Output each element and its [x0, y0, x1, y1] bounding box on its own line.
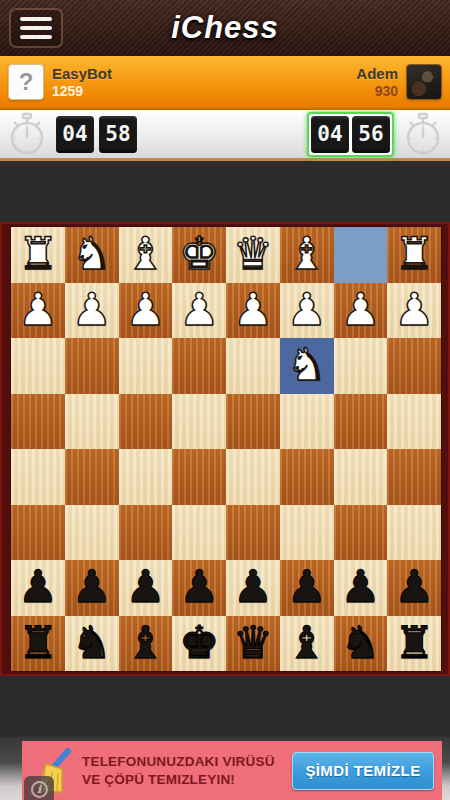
white-rook: ♜	[18, 231, 58, 276]
clock-left-white: 04 58	[6, 112, 137, 156]
ad-banner[interactable]: TELEFONUNUZDAKI VIRÜSÜ VE ÇÖPÜ TEMIZLEYI…	[22, 741, 442, 800]
square-c4[interactable]	[280, 394, 334, 450]
white-clock-minutes: 04	[56, 116, 94, 153]
square-d3[interactable]	[226, 338, 280, 394]
square-h3[interactable]	[11, 338, 65, 394]
square-d2[interactable]: ♟	[226, 283, 280, 339]
square-d5[interactable]	[226, 449, 280, 505]
white-king: ♚	[179, 231, 219, 276]
square-b6[interactable]	[334, 505, 388, 561]
black-pawn: ♟	[233, 564, 273, 609]
square-c3[interactable]: ♞	[280, 338, 334, 394]
square-b3[interactable]	[334, 338, 388, 394]
black-clock-active: 04 56	[307, 112, 394, 157]
square-c1[interactable]: ♝	[280, 227, 334, 283]
square-e3[interactable]	[172, 338, 226, 394]
square-h2[interactable]: ♟	[11, 283, 65, 339]
ad-text-line1: TELEFONUNUZDAKI VIRÜSÜ	[82, 753, 284, 771]
square-e6[interactable]	[172, 505, 226, 561]
black-pawn: ♟	[125, 564, 165, 609]
ad-info-icon[interactable]: i	[24, 776, 54, 800]
black-bishop: ♝	[125, 620, 165, 665]
square-c7[interactable]: ♟	[280, 560, 334, 616]
player-left-easybot[interactable]: ? EasyBot 1259	[8, 64, 112, 100]
ad-text-line2: VE ÇÖPÜ TEMIZLEYIN!	[82, 771, 284, 789]
white-pawn: ♟	[179, 287, 219, 332]
square-d6[interactable]	[226, 505, 280, 561]
black-rook: ♜	[18, 620, 58, 665]
square-a1[interactable]: ♜	[387, 227, 441, 283]
square-b8[interactable]: ♞	[334, 616, 388, 672]
white-clock-seconds: 58	[99, 116, 137, 153]
square-g4[interactable]	[65, 394, 119, 450]
square-a5[interactable]	[387, 449, 441, 505]
square-b7[interactable]: ♟	[334, 560, 388, 616]
player-avatar-photo	[406, 64, 442, 100]
square-h7[interactable]: ♟	[11, 560, 65, 616]
player-right-rating: 930	[375, 83, 398, 99]
square-b1[interactable]	[334, 227, 388, 283]
square-a2[interactable]: ♟	[387, 283, 441, 339]
square-g5[interactable]	[65, 449, 119, 505]
square-g1[interactable]: ♞	[65, 227, 119, 283]
white-pawn: ♟	[18, 287, 58, 332]
black-pawn: ♟	[340, 564, 380, 609]
square-h4[interactable]	[11, 394, 65, 450]
square-a4[interactable]	[387, 394, 441, 450]
white-rook: ♜	[394, 231, 434, 276]
white-pawn: ♟	[71, 287, 111, 332]
clock-right-black: 04 56	[307, 112, 444, 157]
square-g8[interactable]: ♞	[65, 616, 119, 672]
black-clock-minutes: 04	[311, 116, 349, 153]
square-e4[interactable]	[172, 394, 226, 450]
white-bishop: ♝	[286, 231, 326, 276]
player-left-name: EasyBot	[52, 65, 112, 82]
square-f4[interactable]	[119, 394, 173, 450]
square-h5[interactable]	[11, 449, 65, 505]
clock-bar: 04 58 04 56	[0, 110, 450, 161]
white-clock: 04 58	[56, 116, 137, 153]
square-f8[interactable]: ♝	[119, 616, 173, 672]
black-queen: ♛	[233, 620, 273, 665]
player-right-name: Adem	[356, 65, 398, 82]
square-d7[interactable]: ♟	[226, 560, 280, 616]
player-right-adem[interactable]: Adem 930	[356, 64, 442, 100]
square-d8[interactable]: ♛	[226, 616, 280, 672]
black-rook: ♜	[394, 620, 434, 665]
black-knight: ♞	[71, 620, 111, 665]
square-e8[interactable]: ♚	[172, 616, 226, 672]
square-h6[interactable]	[11, 505, 65, 561]
square-d4[interactable]	[226, 394, 280, 450]
black-pawn: ♟	[286, 564, 326, 609]
chess-board: ♜♞♝♚♛♝♜♟♟♟♟♟♟♟♟♞♟♟♟♟♟♟♟♟♜♞♝♚♛♝♞♜	[11, 227, 441, 671]
square-f5[interactable]	[119, 449, 173, 505]
white-pawn: ♟	[340, 287, 380, 332]
question-mark-avatar-icon: ?	[8, 64, 44, 100]
white-pawn: ♟	[394, 287, 434, 332]
square-f7[interactable]: ♟	[119, 560, 173, 616]
square-a3[interactable]	[387, 338, 441, 394]
square-f1[interactable]: ♝	[119, 227, 173, 283]
white-knight: ♞	[71, 231, 111, 276]
white-queen: ♛	[233, 231, 273, 276]
square-b4[interactable]	[334, 394, 388, 450]
black-pawn: ♟	[71, 564, 111, 609]
spacer-below-board	[0, 676, 450, 737]
black-pawn: ♟	[18, 564, 58, 609]
square-c2[interactable]: ♟	[280, 283, 334, 339]
white-bishop: ♝	[125, 231, 165, 276]
square-d1[interactable]: ♛	[226, 227, 280, 283]
square-c8[interactable]: ♝	[280, 616, 334, 672]
square-c6[interactable]	[280, 505, 334, 561]
player-left-rating: 1259	[52, 83, 112, 99]
square-g3[interactable]	[65, 338, 119, 394]
stopwatch-icon	[402, 112, 444, 156]
ad-area: TELEFONUNUZDAKI VIRÜSÜ VE ÇÖPÜ TEMIZLEYI…	[0, 737, 450, 800]
square-e5[interactable]	[172, 449, 226, 505]
square-a7[interactable]: ♟	[387, 560, 441, 616]
black-pawn: ♟	[394, 564, 434, 609]
black-clock-seconds: 56	[352, 116, 390, 153]
square-b5[interactable]	[334, 449, 388, 505]
square-a8[interactable]: ♜	[387, 616, 441, 672]
square-e7[interactable]: ♟	[172, 560, 226, 616]
square-g7[interactable]: ♟	[65, 560, 119, 616]
square-h1[interactable]: ♜	[11, 227, 65, 283]
square-g2[interactable]: ♟	[65, 283, 119, 339]
black-king: ♚	[179, 620, 219, 665]
black-knight: ♞	[340, 620, 380, 665]
square-a6[interactable]	[387, 505, 441, 561]
black-bishop: ♝	[286, 620, 326, 665]
player-bar: ? EasyBot 1259 Adem 930	[0, 56, 450, 110]
white-pawn: ♟	[286, 287, 326, 332]
white-pawn: ♟	[233, 287, 273, 332]
square-g6[interactable]	[65, 505, 119, 561]
square-e1[interactable]: ♚	[172, 227, 226, 283]
square-f6[interactable]	[119, 505, 173, 561]
ad-cta-button[interactable]: ŞİMDİ TEMİZLE	[292, 752, 434, 790]
square-f3[interactable]	[119, 338, 173, 394]
black-pawn: ♟	[179, 564, 219, 609]
square-e2[interactable]: ♟	[172, 283, 226, 339]
title-bar: iChess	[0, 0, 450, 56]
white-pawn: ♟	[125, 287, 165, 332]
stopwatch-icon	[6, 112, 48, 156]
app-title: iChess	[0, 0, 450, 56]
square-c5[interactable]	[280, 449, 334, 505]
spacer-above-board	[0, 161, 450, 222]
ad-text: TELEFONUNUZDAKI VIRÜSÜ VE ÇÖPÜ TEMIZLEYI…	[82, 753, 284, 788]
square-f2[interactable]: ♟	[119, 283, 173, 339]
square-b2[interactable]: ♟	[334, 283, 388, 339]
ichess-app-screen: iChess ? EasyBot 1259 Adem 930	[0, 0, 450, 800]
square-h8[interactable]: ♜	[11, 616, 65, 672]
white-knight: ♞	[286, 342, 326, 387]
board-frame: ♜♞♝♚♛♝♜♟♟♟♟♟♟♟♟♞♟♟♟♟♟♟♟♟♜♞♝♚♛♝♞♜	[0, 222, 450, 676]
